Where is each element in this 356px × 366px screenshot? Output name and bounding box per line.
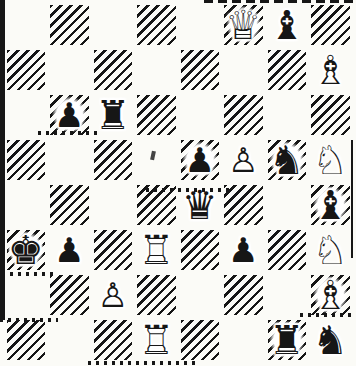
square-g1: ♜ — [265, 317, 309, 362]
square-g3 — [265, 227, 309, 272]
square-g4 — [265, 182, 309, 227]
square-b6: ♟ — [48, 92, 92, 137]
square-h3: ♘ — [309, 227, 353, 272]
square-c2: ♙ — [91, 272, 135, 317]
black-rook-g1: ♜ — [265, 317, 309, 362]
black-pawn-b3: ♟ — [48, 227, 92, 272]
square-c7 — [91, 47, 135, 92]
square-c8 — [91, 2, 135, 47]
black-rook-c6: ♜ — [91, 92, 135, 137]
square-h8 — [309, 2, 353, 47]
square-g2 — [265, 272, 309, 317]
black-bishop-h4: ♝ — [309, 182, 353, 227]
black-king-a3: ♚ — [4, 227, 48, 272]
square-f8: ♕ — [222, 2, 266, 47]
square-b2 — [48, 272, 92, 317]
square-b3: ♟ — [48, 227, 92, 272]
square-a3: ♚ — [4, 227, 48, 272]
square-d6 — [135, 92, 179, 137]
black-pawn-f3: ♟ — [222, 227, 266, 272]
black-pawn-b6: ♟ — [48, 92, 92, 137]
square-h6 — [309, 92, 353, 137]
square-a5 — [4, 137, 48, 182]
square-a2 — [4, 272, 48, 317]
square-e6 — [178, 92, 222, 137]
square-b5 — [48, 137, 92, 182]
square-a7 — [4, 47, 48, 92]
white-rook-d1: ♖ — [135, 317, 179, 362]
white-knight-h3: ♘ — [309, 227, 353, 272]
square-h5: ♘ — [309, 137, 353, 182]
square-f1 — [222, 317, 266, 362]
black-bishop-g8: ♝ — [265, 2, 309, 47]
square-d5 — [135, 137, 179, 182]
white-knight-h5: ♘ — [309, 137, 353, 182]
square-d2 — [135, 272, 179, 317]
square-h7: ♗ — [309, 47, 353, 92]
white-queen-f8: ♕ — [222, 2, 266, 47]
black-knight-h1: ♞ — [309, 317, 353, 362]
square-c4 — [91, 182, 135, 227]
square-g6 — [265, 92, 309, 137]
square-d4 — [135, 182, 179, 227]
square-e2 — [178, 272, 222, 317]
square-b8 — [48, 2, 92, 47]
square-e4: ♛ — [178, 182, 222, 227]
square-d1: ♖ — [135, 317, 179, 362]
square-e5: ♟ — [178, 137, 222, 182]
black-pawn-e5: ♟ — [178, 137, 222, 182]
square-a8 — [4, 2, 48, 47]
square-c6: ♜ — [91, 92, 135, 137]
square-g8: ♝ — [265, 2, 309, 47]
black-knight-g5: ♞ — [265, 137, 309, 182]
white-pawn-c2: ♙ — [91, 272, 135, 317]
white-bishop-h2: ♗ — [309, 272, 353, 317]
square-c1 — [91, 317, 135, 362]
square-d8 — [135, 2, 179, 47]
square-d7 — [135, 47, 179, 92]
square-f6 — [222, 92, 266, 137]
square-a4 — [4, 182, 48, 227]
square-e3 — [178, 227, 222, 272]
square-h2: ♗ — [309, 272, 353, 317]
black-queen-e4: ♛ — [178, 182, 222, 227]
chess-board: ♕♝♗♟♜♟♙♞♘♛♝♚♟♖♟♘♙♗♖♜♞ — [4, 2, 352, 362]
square-e1 — [178, 317, 222, 362]
square-g5: ♞ — [265, 137, 309, 182]
square-b1 — [48, 317, 92, 362]
square-c5 — [91, 137, 135, 182]
scanned-chess-diagram: ♕♝♗♟♜♟♙♞♘♛♝♚♟♖♟♘♙♗♖♜♞ — [0, 0, 356, 366]
square-b4 — [48, 182, 92, 227]
square-h4: ♝ — [309, 182, 353, 227]
white-bishop-h7: ♗ — [309, 47, 353, 92]
square-a6 — [4, 92, 48, 137]
white-rook-d3: ♖ — [135, 227, 179, 272]
square-f5: ♙ — [222, 137, 266, 182]
square-f7 — [222, 47, 266, 92]
square-a1 — [4, 317, 48, 362]
square-b7 — [48, 47, 92, 92]
square-f3: ♟ — [222, 227, 266, 272]
white-pawn-f5: ♙ — [222, 137, 266, 182]
square-h1: ♞ — [309, 317, 353, 362]
square-c3 — [91, 227, 135, 272]
square-g7 — [265, 47, 309, 92]
square-e8 — [178, 2, 222, 47]
square-e7 — [178, 47, 222, 92]
square-f4 — [222, 182, 266, 227]
square-f2 — [222, 272, 266, 317]
square-d3: ♖ — [135, 227, 179, 272]
